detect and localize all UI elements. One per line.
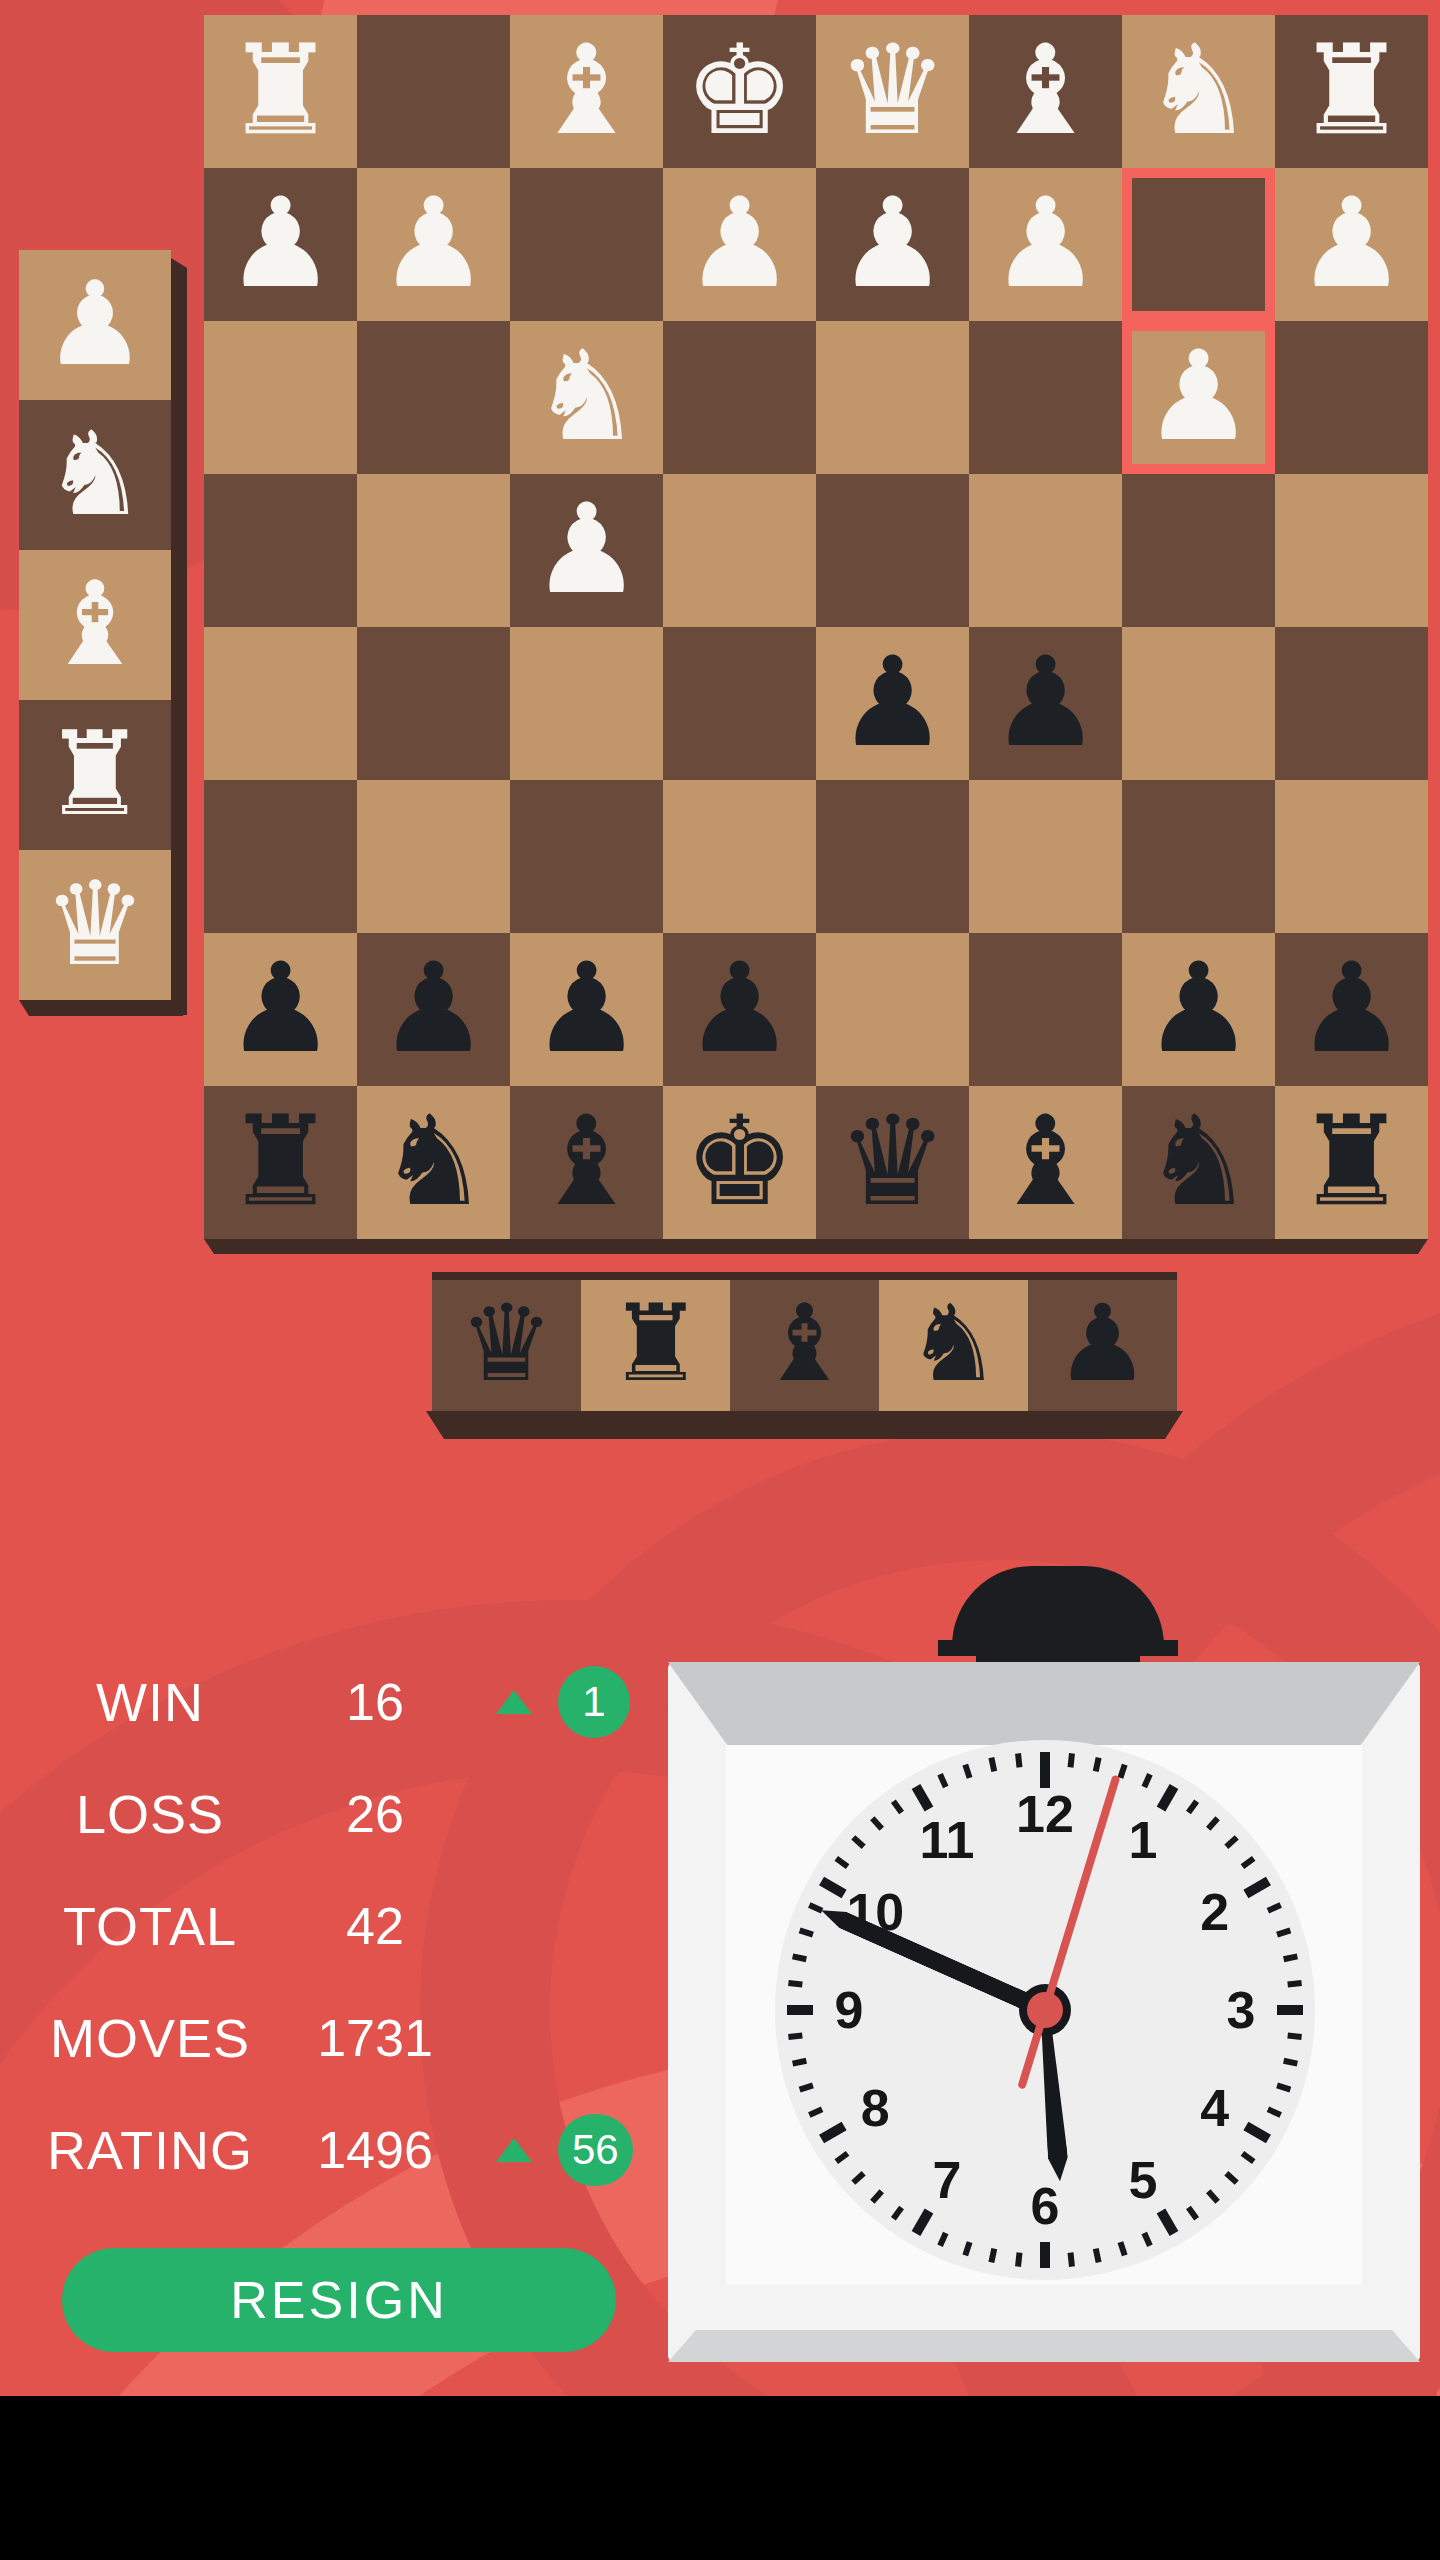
clock-tick [1287, 1980, 1302, 1987]
square-e8[interactable]: ♚ [663, 1086, 816, 1239]
square-d1[interactable]: ♛ [816, 15, 969, 168]
stat-delta-area [470, 1690, 558, 1714]
square-b6[interactable] [1122, 780, 1275, 933]
clock-tick [1142, 2232, 1153, 2247]
clock-tick [988, 2248, 997, 2263]
white-piece-n: ♞ [1122, 15, 1275, 165]
tray-shadow [19, 1000, 187, 1016]
square-d6[interactable] [816, 780, 969, 933]
clock-tick [1283, 2058, 1298, 2067]
square-h1[interactable]: ♜ [204, 15, 357, 168]
clock-tick [1267, 1902, 1282, 1913]
square-g5[interactable] [357, 627, 510, 780]
square-e1[interactable]: ♚ [663, 15, 816, 168]
clock-tick [799, 1927, 814, 1937]
delta-badge: 56 [558, 2114, 633, 2186]
square-f4[interactable]: ♟ [510, 474, 663, 627]
clock-tick [1224, 2171, 1238, 2185]
clock-tick [1243, 2122, 1271, 2144]
clock-tick [792, 1953, 807, 1962]
tray-cell-n[interactable]: ♞ [19, 400, 171, 550]
square-a1[interactable]: ♜ [1275, 15, 1428, 168]
square-c4[interactable] [969, 474, 1122, 627]
white-piece-b: ♝ [969, 15, 1122, 165]
square-f8[interactable]: ♝ [510, 1086, 663, 1239]
clock-number-2: 2 [1200, 1882, 1229, 1942]
stat-value: 16 [280, 1672, 470, 1732]
square-h8[interactable]: ♜ [204, 1086, 357, 1239]
square-b1[interactable]: ♞ [1122, 15, 1275, 168]
clock-number-8: 8 [861, 2078, 890, 2138]
square-g7[interactable]: ♟ [357, 933, 510, 1086]
stat-delta-area [470, 2138, 558, 2162]
clock-tick [1283, 1953, 1298, 1962]
clock-tick [1276, 1927, 1291, 1937]
tray-cell-r[interactable]: ♜ [19, 700, 171, 850]
black-piece-p: ♟ [1275, 933, 1428, 1083]
black-piece-p: ♟ [1028, 1280, 1177, 1408]
clock-number-3: 3 [1227, 1980, 1256, 2040]
square-g6[interactable] [357, 780, 510, 933]
square-g4[interactable] [357, 474, 510, 627]
clock-tick [1243, 1877, 1271, 1899]
clock-number-4: 4 [1200, 2078, 1229, 2138]
clock-tick [1093, 1757, 1102, 1772]
square-b2[interactable] [1122, 168, 1275, 321]
square-a3[interactable] [1275, 321, 1428, 474]
tray-cell-q[interactable]: ♛ [19, 850, 171, 1000]
square-f7[interactable]: ♟ [510, 933, 663, 1086]
clock-tick [835, 1856, 850, 1869]
black-piece-r: ♜ [1275, 1086, 1428, 1236]
square-c8[interactable]: ♝ [969, 1086, 1122, 1239]
black-piece-p: ♟ [204, 933, 357, 1083]
tray-cell-p[interactable]: ♟ [19, 250, 171, 400]
tray-cell-n[interactable]: ♞ [879, 1280, 1028, 1411]
square-d4[interactable] [816, 474, 969, 627]
square-f5[interactable] [510, 627, 663, 780]
stat-row-loss: LOSS26 [20, 1758, 680, 1870]
clock-tick [808, 2107, 823, 2118]
clock-tick [1093, 2248, 1102, 2263]
captured-tray-white: ♟♞♝♜♛ [19, 250, 171, 1000]
square-g2[interactable]: ♟ [357, 168, 510, 321]
clock-tick [1206, 1816, 1220, 1830]
clock-tick [1142, 1773, 1153, 1788]
white-piece-n: ♞ [510, 321, 663, 471]
tray-cell-q[interactable]: ♛ [432, 1280, 581, 1411]
tray-edge [432, 1272, 1177, 1280]
clock-tick [962, 2241, 972, 2256]
white-piece-p: ♟ [19, 250, 171, 398]
clock-tick [851, 2171, 865, 2185]
square-g3[interactable] [357, 321, 510, 474]
square-c7[interactable] [969, 933, 1122, 1086]
clock-tick [937, 2232, 948, 2247]
square-b5[interactable] [1122, 627, 1275, 780]
black-piece-p: ♟ [663, 933, 816, 1083]
square-e6[interactable] [663, 780, 816, 933]
delta-up-triangle-icon [496, 2138, 532, 2162]
square-a6[interactable] [1275, 780, 1428, 933]
black-piece-b: ♝ [969, 1086, 1122, 1236]
clock-tick [787, 2005, 813, 2015]
delta-up-triangle-icon [496, 1690, 532, 1714]
black-piece-p: ♟ [1122, 933, 1275, 1083]
clock-tick [891, 2206, 904, 2221]
black-piece-b: ♝ [510, 1086, 663, 1236]
black-piece-r: ♜ [204, 1086, 357, 1236]
square-h2[interactable]: ♟ [204, 168, 357, 321]
white-piece-p: ♟ [816, 168, 969, 318]
clock-number-12: 12 [1016, 1784, 1074, 1844]
stat-value: 26 [280, 1784, 470, 1844]
square-f2[interactable] [510, 168, 663, 321]
black-piece-p: ♟ [816, 627, 969, 777]
clock-tick [799, 2083, 814, 2093]
black-piece-n: ♞ [879, 1280, 1028, 1408]
square-e3[interactable] [663, 321, 816, 474]
clock-tick [870, 2189, 884, 2203]
chess-board: ♜♝♚♛♝♞♜♟♟♟♟♟♟♞♟♟♟♟♟♟♟♟♟♟♜♞♝♚♛♝♞♜ [204, 15, 1428, 1239]
stat-label: LOSS [20, 1783, 280, 1845]
clock-tick [1118, 2241, 1128, 2256]
clock-bevel [668, 1662, 1420, 1746]
square-f3[interactable]: ♞ [510, 321, 663, 474]
square-c2[interactable]: ♟ [969, 168, 1122, 321]
square-h7[interactable]: ♟ [204, 933, 357, 1086]
square-f6[interactable] [510, 780, 663, 933]
clock-tick [1015, 2252, 1022, 2267]
white-piece-p: ♟ [969, 168, 1122, 318]
clock-bevel [668, 2330, 1420, 2362]
clock-tick [1287, 2033, 1302, 2040]
stats-panel: WIN161LOSS26TOTAL42MOVES1731RATING149656 [20, 1646, 680, 2206]
clock-tick [1157, 2208, 1179, 2236]
clock-tick [1068, 2252, 1075, 2267]
square-c5[interactable]: ♟ [969, 627, 1122, 780]
clock-tick [1068, 1753, 1075, 1768]
clock-tick [1277, 2005, 1303, 2015]
square-b4[interactable] [1122, 474, 1275, 627]
board-shadow [204, 1239, 1428, 1254]
stat-label: RATING [20, 2119, 280, 2181]
square-d3[interactable] [816, 321, 969, 474]
clock-number-1: 1 [1129, 1810, 1158, 1870]
clock-center-pin [1027, 1992, 1063, 2028]
white-piece-q: ♛ [19, 850, 171, 998]
square-e2[interactable]: ♟ [663, 168, 816, 321]
square-a2[interactable]: ♟ [1275, 168, 1428, 321]
stat-value: 1731 [280, 2008, 470, 2068]
delta-badge: 1 [558, 1666, 630, 1738]
clock-tick [835, 2151, 850, 2164]
white-piece-r: ♜ [19, 700, 171, 848]
white-piece-p: ♟ [1275, 168, 1428, 318]
white-piece-p: ♟ [204, 168, 357, 318]
black-piece-p: ♟ [510, 933, 663, 1083]
black-piece-k: ♚ [663, 1086, 816, 1236]
square-a5[interactable] [1275, 627, 1428, 780]
white-piece-p: ♟ [1122, 321, 1275, 471]
tray-cell-r[interactable]: ♜ [581, 1280, 730, 1411]
white-piece-p: ♟ [663, 168, 816, 318]
bottom-system-bar [0, 2396, 1440, 2560]
clock-tick [912, 1784, 934, 1812]
square-h6[interactable] [204, 780, 357, 933]
clock-number-11: 11 [920, 1810, 975, 1870]
stat-row-win: WIN161 [20, 1646, 680, 1758]
stat-value: 1496 [280, 2120, 470, 2180]
stat-label: TOTAL [20, 1895, 280, 1957]
clock-tick [870, 1816, 884, 1830]
black-piece-q: ♛ [816, 1086, 969, 1236]
clock-tick [788, 2033, 803, 2040]
white-piece-r: ♜ [1275, 15, 1428, 165]
tray-cell-p[interactable]: ♟ [1028, 1280, 1177, 1411]
square-d2[interactable]: ♟ [816, 168, 969, 321]
square-h3[interactable] [204, 321, 357, 474]
square-f1[interactable]: ♝ [510, 15, 663, 168]
clock-tick [1015, 1753, 1022, 1768]
square-g8[interactable]: ♞ [357, 1086, 510, 1239]
white-piece-b: ♝ [19, 550, 171, 698]
stat-row-rating: RATING149656 [20, 2094, 680, 2206]
clock-tick [1241, 2151, 1256, 2164]
square-g1[interactable] [357, 15, 510, 168]
stat-row-moves: MOVES1731 [20, 1982, 680, 2094]
square-b7[interactable]: ♟ [1122, 933, 1275, 1086]
clock-tick [1040, 2242, 1050, 2268]
white-piece-q: ♛ [816, 15, 969, 165]
square-b8[interactable]: ♞ [1122, 1086, 1275, 1239]
clock-tick [1186, 2206, 1199, 2221]
clock-tick [788, 1980, 803, 1987]
clock-tick [988, 1757, 997, 1772]
square-a4[interactable] [1275, 474, 1428, 627]
resign-button[interactable]: RESIGN [62, 2248, 616, 2352]
tray-shadow [171, 258, 187, 1015]
stat-label: WIN [20, 1671, 280, 1733]
black-piece-p: ♟ [357, 933, 510, 1083]
tray-shadow [426, 1411, 1183, 1439]
clock-tick [1186, 1800, 1199, 1815]
white-piece-k: ♚ [663, 15, 816, 165]
square-e5[interactable] [663, 627, 816, 780]
white-piece-b: ♝ [510, 15, 663, 165]
square-d8[interactable]: ♛ [816, 1086, 969, 1239]
black-piece-n: ♞ [1122, 1086, 1275, 1236]
black-piece-b: ♝ [730, 1280, 879, 1408]
clock-tick [1206, 2189, 1220, 2203]
clock-tick [819, 1877, 847, 1899]
white-piece-p: ♟ [357, 168, 510, 318]
black-piece-r: ♜ [581, 1280, 730, 1408]
clock-tick [792, 2058, 807, 2067]
square-c1[interactable]: ♝ [969, 15, 1122, 168]
square-b3[interactable]: ♟ [1122, 321, 1275, 474]
clock-tick [1040, 1752, 1050, 1788]
square-a7[interactable]: ♟ [1275, 933, 1428, 1086]
clock-number-7: 7 [933, 2150, 962, 2210]
black-piece-p: ♟ [969, 627, 1122, 777]
clock-tick [937, 1773, 948, 1788]
stat-label: MOVES [20, 2007, 280, 2069]
square-c6[interactable] [969, 780, 1122, 933]
square-a8[interactable]: ♜ [1275, 1086, 1428, 1239]
chess-app-screen: ♜♝♚♛♝♞♜♟♟♟♟♟♟♞♟♟♟♟♟♟♟♟♟♟♜♞♝♚♛♝♞♜ ♟♞♝♜♛ ♛… [0, 0, 1440, 2560]
clock-number-9: 9 [835, 1980, 864, 2040]
tray-cell-b[interactable]: ♝ [730, 1280, 879, 1411]
clock-tick [1157, 1784, 1179, 1812]
square-c3[interactable] [969, 321, 1122, 474]
clock-tick [851, 1835, 865, 1849]
square-e4[interactable] [663, 474, 816, 627]
clock-number-6: 6 [1031, 2176, 1060, 2236]
clock-tick [912, 2208, 934, 2236]
captured-tray-black: ♛♜♝♞♟ [432, 1280, 1177, 1411]
square-e7[interactable]: ♟ [663, 933, 816, 1086]
black-piece-n: ♞ [357, 1086, 510, 1236]
clock-tick [1276, 2083, 1291, 2093]
clock-tick [891, 1800, 904, 1815]
tray-cell-b[interactable]: ♝ [19, 550, 171, 700]
clock-tick [1224, 1835, 1238, 1849]
black-piece-q: ♛ [432, 1280, 581, 1408]
clock-tick [1267, 2107, 1282, 2118]
clock-tick [1241, 1856, 1256, 1869]
clock-tick [819, 2122, 847, 2144]
square-h5[interactable] [204, 627, 357, 780]
stat-value: 42 [280, 1896, 470, 1956]
stat-row-total: TOTAL42 [20, 1870, 680, 1982]
white-piece-n: ♞ [19, 400, 171, 548]
white-piece-r: ♜ [204, 15, 357, 165]
square-h4[interactable] [204, 474, 357, 627]
square-d5[interactable]: ♟ [816, 627, 969, 780]
clock-tick [962, 1764, 972, 1779]
square-d7[interactable] [816, 933, 969, 1086]
white-piece-p: ♟ [510, 474, 663, 624]
clock-number-5: 5 [1129, 2150, 1158, 2210]
clock-tick [808, 1902, 823, 1913]
